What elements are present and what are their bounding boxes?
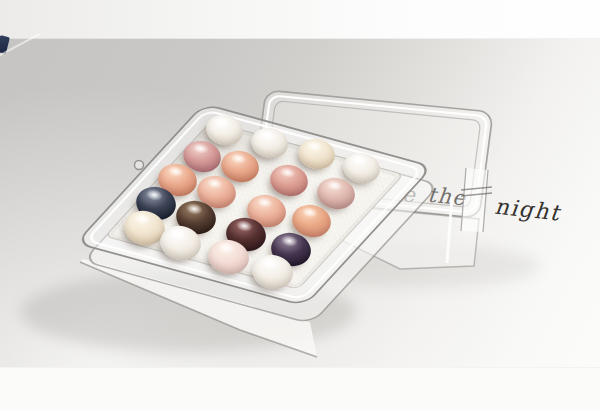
pearl-highlight bbox=[351, 154, 368, 167]
pearl-highlight bbox=[261, 256, 280, 270]
pearl-highlight bbox=[185, 201, 204, 215]
pearl-highlight bbox=[205, 177, 223, 191]
pearl-highlight bbox=[145, 187, 164, 201]
pearl-highlight bbox=[217, 241, 236, 255]
pearl-highlight bbox=[229, 151, 247, 164]
pearl-grid bbox=[0, 0, 600, 411]
pearl-highlight bbox=[300, 206, 318, 220]
pearl-highlight bbox=[325, 178, 343, 191]
photo-stage: e the night bbox=[0, 0, 600, 411]
pearl-highlight bbox=[191, 141, 209, 154]
pearl-highlight bbox=[235, 218, 254, 232]
pearl-r2c3-rose-pink bbox=[267, 161, 311, 200]
pearl-highlight bbox=[255, 196, 273, 210]
pearl-r1c3-cream bbox=[295, 135, 338, 173]
pearl-highlight bbox=[166, 165, 184, 179]
pearl-highlight bbox=[278, 165, 296, 178]
pearl-highlight bbox=[306, 140, 323, 153]
pearl-highlight bbox=[214, 116, 231, 129]
pearl-highlight bbox=[133, 212, 152, 226]
pearl-highlight bbox=[259, 129, 276, 142]
pearl-highlight bbox=[169, 227, 188, 241]
pearl-highlight bbox=[280, 233, 299, 247]
